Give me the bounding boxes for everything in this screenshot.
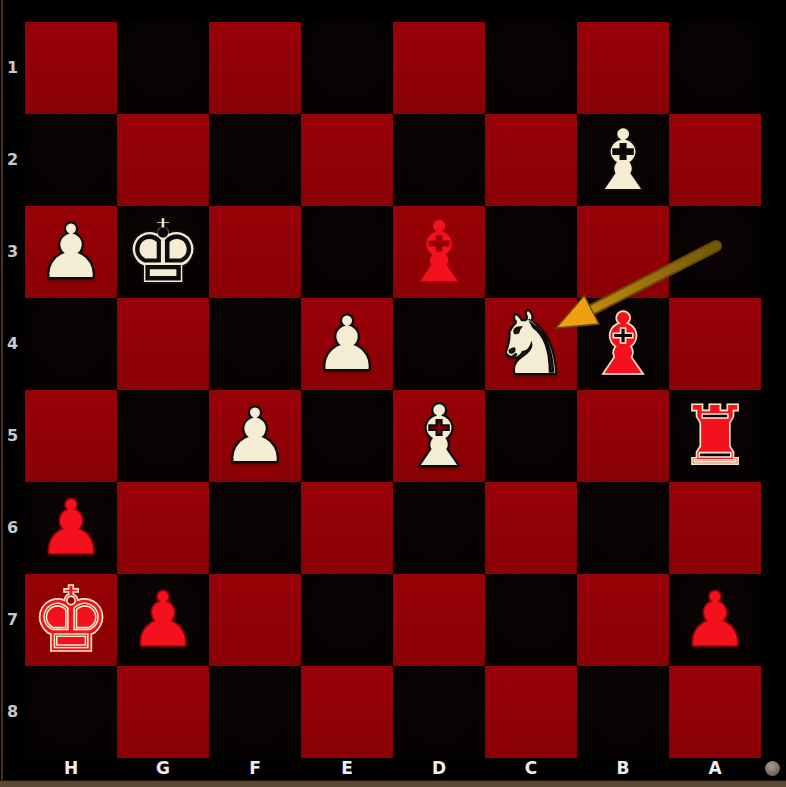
- square-c2[interactable]: [485, 114, 577, 206]
- file-label-b: B: [577, 757, 669, 779]
- square-b6[interactable]: [577, 482, 669, 574]
- square-d6[interactable]: [393, 482, 485, 574]
- square-b2[interactable]: ♝: [577, 114, 669, 206]
- square-g1[interactable]: [117, 22, 209, 114]
- board-left-border: [1, 0, 3, 787]
- square-e7[interactable]: [301, 574, 393, 666]
- square-c7[interactable]: [485, 574, 577, 666]
- square-d8[interactable]: [393, 666, 485, 758]
- square-h6[interactable]: ♟: [25, 482, 117, 574]
- square-g3[interactable]: ♚: [117, 206, 209, 298]
- square-d5[interactable]: ♝: [393, 390, 485, 482]
- square-e3[interactable]: [301, 206, 393, 298]
- square-a2[interactable]: [669, 114, 761, 206]
- white-bishop-b2[interactable]: ♝: [584, 117, 661, 203]
- square-b4[interactable]: ♝: [577, 298, 669, 390]
- square-d7[interactable]: [393, 574, 485, 666]
- black-bishop-d3[interactable]: ♝: [400, 209, 477, 295]
- square-a6[interactable]: [669, 482, 761, 574]
- square-c1[interactable]: [485, 22, 577, 114]
- square-g4[interactable]: [117, 298, 209, 390]
- corner-dot: [765, 761, 780, 776]
- chess-board: ♝♟♚♝♟♞♝♟♝♜♟♚♟♟: [25, 22, 761, 758]
- black-pawn-a7[interactable]: ♟: [681, 582, 749, 658]
- square-f6[interactable]: [209, 482, 301, 574]
- square-f8[interactable]: [209, 666, 301, 758]
- square-g8[interactable]: [117, 666, 209, 758]
- rank-label-5: 5: [0, 390, 25, 482]
- rank-label-1: 1: [0, 22, 25, 114]
- square-c4[interactable]: ♞: [485, 298, 577, 390]
- square-g6[interactable]: [117, 482, 209, 574]
- square-b8[interactable]: [577, 666, 669, 758]
- square-h1[interactable]: [25, 22, 117, 114]
- square-g7[interactable]: ♟: [117, 574, 209, 666]
- square-d2[interactable]: [393, 114, 485, 206]
- square-g2[interactable]: [117, 114, 209, 206]
- square-d3[interactable]: ♝: [393, 206, 485, 298]
- square-h5[interactable]: [25, 390, 117, 482]
- square-d1[interactable]: [393, 22, 485, 114]
- square-h8[interactable]: [25, 666, 117, 758]
- square-a8[interactable]: [669, 666, 761, 758]
- square-e5[interactable]: [301, 390, 393, 482]
- square-b5[interactable]: [577, 390, 669, 482]
- square-e2[interactable]: [301, 114, 393, 206]
- file-label-h: H: [25, 757, 117, 779]
- square-f3[interactable]: [209, 206, 301, 298]
- square-a5[interactable]: ♜: [669, 390, 761, 482]
- square-h3[interactable]: ♟: [25, 206, 117, 298]
- square-c5[interactable]: [485, 390, 577, 482]
- white-pawn-f5[interactable]: ♟: [221, 398, 289, 474]
- square-e4[interactable]: ♟: [301, 298, 393, 390]
- square-b1[interactable]: [577, 22, 669, 114]
- black-pawn-h6[interactable]: ♟: [37, 490, 105, 566]
- square-f1[interactable]: [209, 22, 301, 114]
- bottom-frame-strip: [0, 780, 786, 787]
- file-label-c: C: [485, 757, 577, 779]
- square-f2[interactable]: [209, 114, 301, 206]
- white-knight-c4[interactable]: ♞: [492, 300, 571, 388]
- square-b7[interactable]: [577, 574, 669, 666]
- square-a1[interactable]: [669, 22, 761, 114]
- square-b3[interactable]: [577, 206, 669, 298]
- black-bishop-b4[interactable]: ♝: [584, 301, 661, 387]
- square-d4[interactable]: [393, 298, 485, 390]
- square-f7[interactable]: [209, 574, 301, 666]
- file-label-e: E: [301, 757, 393, 779]
- file-label-g: G: [117, 757, 209, 779]
- white-bishop-d5[interactable]: ♝: [400, 393, 477, 479]
- square-f4[interactable]: [209, 298, 301, 390]
- square-e1[interactable]: [301, 22, 393, 114]
- square-g5[interactable]: [117, 390, 209, 482]
- black-rook-a5[interactable]: ♜: [678, 395, 752, 477]
- black-pawn-g7[interactable]: ♟: [129, 582, 197, 658]
- square-a7[interactable]: ♟: [669, 574, 761, 666]
- square-c6[interactable]: [485, 482, 577, 574]
- rank-label-2: 2: [0, 114, 25, 206]
- square-e6[interactable]: [301, 482, 393, 574]
- file-label-d: D: [393, 757, 485, 779]
- file-label-f: F: [209, 757, 301, 779]
- square-f5[interactable]: ♟: [209, 390, 301, 482]
- rank-label-7: 7: [0, 574, 25, 666]
- rank-label-6: 6: [0, 482, 25, 574]
- rank-label-3: 3: [0, 206, 25, 298]
- square-e8[interactable]: [301, 666, 393, 758]
- square-c8[interactable]: [485, 666, 577, 758]
- square-h7[interactable]: ♚: [25, 574, 117, 666]
- square-a3[interactable]: [669, 206, 761, 298]
- white-king-g3[interactable]: ♚: [123, 207, 204, 297]
- square-a4[interactable]: [669, 298, 761, 390]
- chess-board-screen: ♝♟♚♝♟♞♝♟♝♜♟♚♟♟ 12345678 HGFEDCBA: [0, 0, 786, 787]
- white-pawn-h3[interactable]: ♟: [37, 214, 105, 290]
- black-king-h7[interactable]: ♚: [31, 575, 112, 665]
- square-c3[interactable]: [485, 206, 577, 298]
- rank-label-8: 8: [0, 666, 25, 758]
- file-label-a: A: [669, 757, 761, 779]
- square-h4[interactable]: [25, 298, 117, 390]
- white-pawn-e4[interactable]: ♟: [313, 306, 381, 382]
- square-h2[interactable]: [25, 114, 117, 206]
- rank-label-4: 4: [0, 298, 25, 390]
